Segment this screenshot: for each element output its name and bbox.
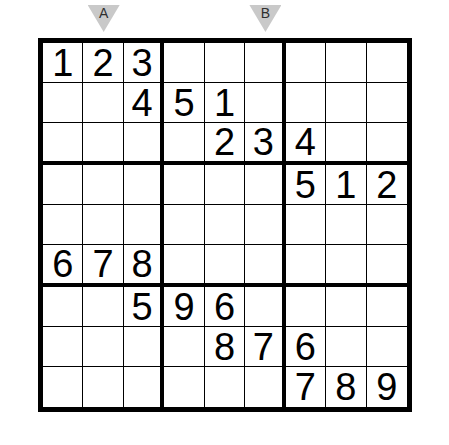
cell-r7c3: 5	[124, 287, 164, 327]
cell-r8c1[interactable]	[43, 327, 83, 367]
cell-r8c7: 6	[286, 327, 326, 367]
cell-r2c9[interactable]	[367, 83, 407, 123]
cell-r4c8: 1	[326, 165, 366, 205]
cell-r3c2[interactable]	[83, 123, 123, 165]
cell-r1c6[interactable]	[245, 43, 285, 83]
cell-r9c9: 9	[367, 367, 407, 407]
cell-r7c1[interactable]	[43, 287, 83, 327]
cell-r5c4[interactable]	[164, 205, 204, 245]
cell-r8c2[interactable]	[83, 327, 123, 367]
cell-r7c5: 6	[205, 287, 245, 327]
cell-r2c4: 5	[164, 83, 204, 123]
cell-r9c6[interactable]	[245, 367, 285, 407]
cell-r8c3[interactable]	[124, 327, 164, 367]
marker-a-label: A	[88, 6, 120, 21]
cell-r1c2: 2	[83, 43, 123, 83]
cell-r7c2[interactable]	[83, 287, 123, 327]
cell-r9c1[interactable]	[43, 367, 83, 407]
cell-r9c4[interactable]	[164, 367, 204, 407]
cell-r8c6: 7	[245, 327, 285, 367]
cell-r3c3[interactable]	[124, 123, 164, 165]
cell-r3c6: 3	[245, 123, 285, 165]
cell-r1c5[interactable]	[205, 43, 245, 83]
cell-r9c2[interactable]	[83, 367, 123, 407]
cell-r4c3[interactable]	[124, 165, 164, 205]
cell-r1c3: 3	[124, 43, 164, 83]
cell-r7c9[interactable]	[367, 287, 407, 327]
cell-r6c6[interactable]	[245, 245, 285, 287]
cell-r5c2[interactable]	[83, 205, 123, 245]
cell-r3c9[interactable]	[367, 123, 407, 165]
column-marker-a: A	[88, 5, 120, 32]
cell-r2c2[interactable]	[83, 83, 123, 123]
cell-r4c6[interactable]	[245, 165, 285, 205]
cell-r3c1[interactable]	[43, 123, 83, 165]
cell-r9c7: 7	[286, 367, 326, 407]
cell-r6c2: 7	[83, 245, 123, 287]
cell-r7c7[interactable]	[286, 287, 326, 327]
column-marker-b: B	[249, 5, 281, 32]
cell-r1c1: 1	[43, 43, 83, 83]
cell-r5c8[interactable]	[326, 205, 366, 245]
cell-r3c7: 4	[286, 123, 326, 165]
cell-r6c3: 8	[124, 245, 164, 287]
cell-r2c7[interactable]	[286, 83, 326, 123]
cell-r4c5[interactable]	[205, 165, 245, 205]
cell-r2c3: 4	[124, 83, 164, 123]
cell-r9c3[interactable]	[124, 367, 164, 407]
cell-r7c6[interactable]	[245, 287, 285, 327]
cell-r1c8[interactable]	[326, 43, 366, 83]
cell-r4c1[interactable]	[43, 165, 83, 205]
cell-r8c8[interactable]	[326, 327, 366, 367]
cell-r8c4[interactable]	[164, 327, 204, 367]
cell-r7c8[interactable]	[326, 287, 366, 327]
cell-r2c5: 1	[205, 83, 245, 123]
cell-r5c9[interactable]	[367, 205, 407, 245]
cell-r2c6[interactable]	[245, 83, 285, 123]
cell-r2c8[interactable]	[326, 83, 366, 123]
cell-r5c3[interactable]	[124, 205, 164, 245]
sudoku-puzzle-page: A B 123451234512678596876789	[0, 0, 449, 445]
marker-b-label: B	[249, 6, 281, 21]
cell-r9c8: 8	[326, 367, 366, 407]
cell-r7c4: 9	[164, 287, 204, 327]
cell-r1c4[interactable]	[164, 43, 204, 83]
cell-r8c9[interactable]	[367, 327, 407, 367]
cell-r3c8[interactable]	[326, 123, 366, 165]
cell-r6c5[interactable]	[205, 245, 245, 287]
cell-r6c7[interactable]	[286, 245, 326, 287]
cell-r1c9[interactable]	[367, 43, 407, 83]
cell-r5c6[interactable]	[245, 205, 285, 245]
cell-r6c8[interactable]	[326, 245, 366, 287]
cell-r2c1[interactable]	[43, 83, 83, 123]
cell-r4c9: 2	[367, 165, 407, 205]
cell-r3c5: 2	[205, 123, 245, 165]
cell-r9c5[interactable]	[205, 367, 245, 407]
cell-r8c5: 8	[205, 327, 245, 367]
cell-r4c4[interactable]	[164, 165, 204, 205]
sudoku-board: 123451234512678596876789	[38, 38, 412, 412]
cell-r4c2[interactable]	[83, 165, 123, 205]
cell-r5c7[interactable]	[286, 205, 326, 245]
cell-r1c7[interactable]	[286, 43, 326, 83]
cell-r6c1: 6	[43, 245, 83, 287]
cell-r6c9[interactable]	[367, 245, 407, 287]
cell-r3c4[interactable]	[164, 123, 204, 165]
cell-r4c7: 5	[286, 165, 326, 205]
cell-r5c5[interactable]	[205, 205, 245, 245]
cell-r6c4[interactable]	[164, 245, 204, 287]
cell-r5c1[interactable]	[43, 205, 83, 245]
